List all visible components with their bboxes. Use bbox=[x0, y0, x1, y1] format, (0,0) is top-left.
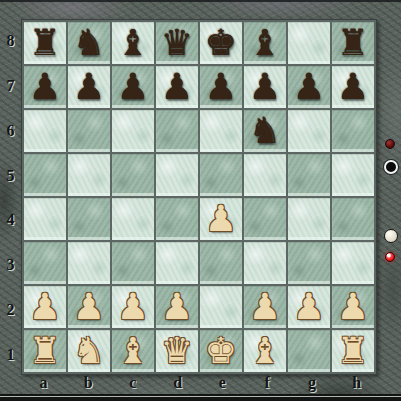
square-a3[interactable] bbox=[24, 242, 66, 284]
black-player-disc bbox=[384, 160, 398, 174]
square-h1[interactable]: ♜ bbox=[332, 330, 374, 372]
square-g5[interactable] bbox=[288, 154, 330, 196]
white-queen: ♛ bbox=[161, 330, 193, 372]
chess-board: ♜♞♝♛♚♝♜♟♟♟♟♟♟♟♟♞♟♟♟♟♟♟♟♟♜♞♝♛♚♝♜ bbox=[21, 19, 377, 375]
square-g2[interactable]: ♟ bbox=[288, 286, 330, 328]
white-pawn: ♟ bbox=[161, 286, 193, 328]
square-a5[interactable] bbox=[24, 154, 66, 196]
square-f4[interactable] bbox=[244, 198, 286, 240]
square-f5[interactable] bbox=[244, 154, 286, 196]
square-h4[interactable] bbox=[332, 198, 374, 240]
window-bottom-shadow bbox=[0, 397, 401, 401]
black-bishop: ♝ bbox=[117, 22, 149, 64]
square-g7[interactable]: ♟ bbox=[288, 66, 330, 108]
white-pawn: ♟ bbox=[73, 286, 105, 328]
black-pawn: ♟ bbox=[293, 66, 325, 108]
square-d1[interactable]: ♛ bbox=[156, 330, 198, 372]
square-f6[interactable]: ♞ bbox=[244, 110, 286, 152]
square-e6[interactable] bbox=[200, 110, 242, 152]
white-bishop: ♝ bbox=[117, 330, 149, 372]
square-d5[interactable] bbox=[156, 154, 198, 196]
black-pawn: ♟ bbox=[29, 66, 61, 108]
black-rook: ♜ bbox=[29, 22, 61, 64]
square-d8[interactable]: ♛ bbox=[156, 22, 198, 64]
square-h8[interactable]: ♜ bbox=[332, 22, 374, 64]
white-pawn: ♟ bbox=[293, 286, 325, 328]
square-f2[interactable]: ♟ bbox=[244, 286, 286, 328]
white-pawn: ♟ bbox=[117, 286, 149, 328]
square-b8[interactable]: ♞ bbox=[68, 22, 110, 64]
square-c2[interactable]: ♟ bbox=[112, 286, 154, 328]
black-knight: ♞ bbox=[249, 110, 281, 152]
rank-label-1: 1 bbox=[0, 332, 21, 377]
black-queen: ♛ bbox=[161, 22, 193, 64]
black-pawn: ♟ bbox=[249, 66, 281, 108]
square-b2[interactable]: ♟ bbox=[68, 286, 110, 328]
square-g6[interactable] bbox=[288, 110, 330, 152]
square-h5[interactable] bbox=[332, 154, 374, 196]
square-b6[interactable] bbox=[68, 110, 110, 152]
square-c6[interactable] bbox=[112, 110, 154, 152]
square-d6[interactable] bbox=[156, 110, 198, 152]
square-h3[interactable] bbox=[332, 242, 374, 284]
square-a1[interactable]: ♜ bbox=[24, 330, 66, 372]
chess-app-window: ♜♞♝♛♚♝♜♟♟♟♟♟♟♟♟♞♟♟♟♟♟♟♟♟♜♞♝♛♚♝♜ 87654321… bbox=[0, 0, 401, 401]
square-e1[interactable]: ♚ bbox=[200, 330, 242, 372]
square-b4[interactable] bbox=[68, 198, 110, 240]
square-b1[interactable]: ♞ bbox=[68, 330, 110, 372]
white-player-disc bbox=[384, 229, 398, 243]
rank-label-6: 6 bbox=[0, 109, 21, 154]
square-e2[interactable] bbox=[200, 286, 242, 328]
rank-label-8: 8 bbox=[0, 19, 21, 64]
white-pawn: ♟ bbox=[337, 286, 369, 328]
square-f7[interactable]: ♟ bbox=[244, 66, 286, 108]
rank-label-4: 4 bbox=[0, 198, 21, 243]
square-b5[interactable] bbox=[68, 154, 110, 196]
square-g1[interactable] bbox=[288, 330, 330, 372]
square-a2[interactable]: ♟ bbox=[24, 286, 66, 328]
white-pawn: ♟ bbox=[205, 198, 237, 240]
black-king: ♚ bbox=[205, 22, 237, 64]
square-g8[interactable] bbox=[288, 22, 330, 64]
rank-label-3: 3 bbox=[0, 243, 21, 288]
square-c3[interactable] bbox=[112, 242, 154, 284]
square-a7[interactable]: ♟ bbox=[24, 66, 66, 108]
square-h7[interactable]: ♟ bbox=[332, 66, 374, 108]
square-b3[interactable] bbox=[68, 242, 110, 284]
square-a8[interactable]: ♜ bbox=[24, 22, 66, 64]
square-h6[interactable] bbox=[332, 110, 374, 152]
square-f3[interactable] bbox=[244, 242, 286, 284]
square-d7[interactable]: ♟ bbox=[156, 66, 198, 108]
black-bishop: ♝ bbox=[249, 22, 281, 64]
square-e7[interactable]: ♟ bbox=[200, 66, 242, 108]
square-f8[interactable]: ♝ bbox=[244, 22, 286, 64]
white-move-led bbox=[385, 252, 395, 262]
white-rook: ♜ bbox=[337, 330, 369, 372]
square-d3[interactable] bbox=[156, 242, 198, 284]
white-rook: ♜ bbox=[29, 330, 61, 372]
white-king: ♚ bbox=[205, 330, 237, 372]
rank-labels: 87654321 bbox=[0, 19, 21, 377]
square-d2[interactable]: ♟ bbox=[156, 286, 198, 328]
square-c1[interactable]: ♝ bbox=[112, 330, 154, 372]
white-bishop: ♝ bbox=[249, 330, 281, 372]
square-g4[interactable] bbox=[288, 198, 330, 240]
black-pawn: ♟ bbox=[73, 66, 105, 108]
square-e4[interactable]: ♟ bbox=[200, 198, 242, 240]
square-e5[interactable] bbox=[200, 154, 242, 196]
white-pawn: ♟ bbox=[29, 286, 61, 328]
rank-label-5: 5 bbox=[0, 153, 21, 198]
black-move-led bbox=[385, 139, 395, 149]
square-c7[interactable]: ♟ bbox=[112, 66, 154, 108]
black-rook: ♜ bbox=[337, 22, 369, 64]
black-pawn: ♟ bbox=[337, 66, 369, 108]
square-e8[interactable]: ♚ bbox=[200, 22, 242, 64]
square-c5[interactable] bbox=[112, 154, 154, 196]
black-pawn: ♟ bbox=[161, 66, 193, 108]
white-pawn: ♟ bbox=[249, 286, 281, 328]
rank-label-2: 2 bbox=[0, 288, 21, 333]
black-pawn: ♟ bbox=[205, 66, 237, 108]
square-a4[interactable] bbox=[24, 198, 66, 240]
square-d4[interactable] bbox=[156, 198, 198, 240]
rank-label-7: 7 bbox=[0, 64, 21, 109]
square-g3[interactable] bbox=[288, 242, 330, 284]
black-pawn: ♟ bbox=[117, 66, 149, 108]
square-f1[interactable]: ♝ bbox=[244, 330, 286, 372]
square-a6[interactable] bbox=[24, 110, 66, 152]
square-c4[interactable] bbox=[112, 198, 154, 240]
square-e3[interactable] bbox=[200, 242, 242, 284]
black-knight: ♞ bbox=[73, 22, 105, 64]
square-h2[interactable]: ♟ bbox=[332, 286, 374, 328]
square-c8[interactable]: ♝ bbox=[112, 22, 154, 64]
square-b7[interactable]: ♟ bbox=[68, 66, 110, 108]
white-knight: ♞ bbox=[73, 330, 105, 372]
